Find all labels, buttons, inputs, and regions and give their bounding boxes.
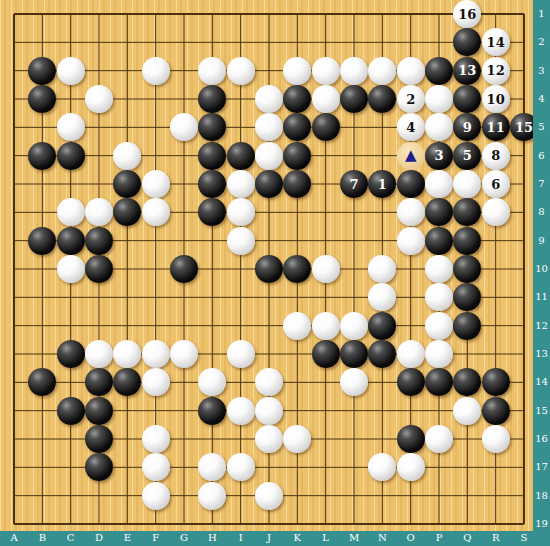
move-number: 7 (349, 178, 358, 191)
black-stone-D15[interactable] (85, 397, 113, 425)
row-label-17: 17 (533, 462, 550, 472)
move-number: 11 (487, 121, 505, 134)
black-stone-D16[interactable] (85, 425, 113, 453)
white-stone-P12[interactable] (425, 312, 453, 340)
white-stone-P4[interactable] (425, 85, 453, 113)
black-stone-J10[interactable] (255, 255, 283, 283)
white-stone-I8[interactable] (227, 198, 255, 226)
move-number: 15 (515, 121, 533, 134)
black-stone-H6[interactable] (198, 142, 226, 170)
black-stone-I6[interactable] (227, 142, 255, 170)
row-label-2: 2 (533, 37, 550, 47)
white-stone-I3[interactable] (227, 57, 255, 85)
white-stone-F16[interactable] (142, 425, 170, 453)
white-stone-O9[interactable] (397, 227, 425, 255)
black-stone-H15[interactable] (198, 397, 226, 425)
black-stone-B9[interactable] (28, 227, 56, 255)
white-stone-K12[interactable] (283, 312, 311, 340)
black-stone-O16[interactable] (397, 425, 425, 453)
row-label-12: 12 (533, 321, 550, 331)
move-stone-11[interactable]: 11 (482, 113, 510, 141)
white-stone-C5[interactable] (57, 113, 85, 141)
column-label-B: B (32, 533, 52, 543)
column-label-K: K (287, 533, 307, 543)
white-stone-I7[interactable] (227, 170, 255, 198)
black-stone-K6[interactable] (283, 142, 311, 170)
white-stone-N3[interactable] (368, 57, 396, 85)
row-label-11: 11 (533, 292, 550, 302)
white-stone-I9[interactable] (227, 227, 255, 255)
black-stone-R15[interactable] (482, 397, 510, 425)
black-stone-J7[interactable] (255, 170, 283, 198)
column-label-strip: ABCDEFGHIJKLMNOPQRS (0, 531, 550, 546)
row-label-3: 3 (533, 66, 550, 76)
go-board-diagram: 16141312210491115358716▲ 123456789101112… (0, 0, 550, 546)
white-stone-P16[interactable] (425, 425, 453, 453)
white-stone-F14[interactable] (142, 368, 170, 396)
move-number: 6 (491, 178, 500, 191)
column-label-P: P (429, 533, 449, 543)
row-label-strip: 12345678910111213141516171819 (533, 0, 550, 546)
column-label-O: O (401, 533, 421, 543)
row-label-19: 19 (533, 519, 550, 529)
white-stone-H18[interactable] (198, 482, 226, 510)
white-stone-L12[interactable] (312, 312, 340, 340)
black-stone-M13[interactable] (340, 340, 368, 368)
move-stone-13[interactable]: 13 (453, 57, 481, 85)
move-number: 16 (458, 8, 476, 21)
white-stone-Q15[interactable] (453, 397, 481, 425)
white-stone-O17[interactable] (397, 453, 425, 481)
black-stone-L5[interactable] (312, 113, 340, 141)
black-stone-R14[interactable] (482, 368, 510, 396)
white-stone-F18[interactable] (142, 482, 170, 510)
row-label-8: 8 (533, 207, 550, 217)
black-stone-G10[interactable] (170, 255, 198, 283)
white-stone-O8[interactable] (397, 198, 425, 226)
move-stone-14[interactable]: 14 (482, 28, 510, 56)
column-label-A: A (4, 533, 24, 543)
white-stone-L4[interactable] (312, 85, 340, 113)
white-stone-P10[interactable] (425, 255, 453, 283)
white-stone-O3[interactable] (397, 57, 425, 85)
black-stone-M4[interactable] (340, 85, 368, 113)
column-label-N: N (372, 533, 392, 543)
white-stone-K3[interactable] (283, 57, 311, 85)
row-label-6: 6 (533, 151, 550, 161)
move-stone-3[interactable]: 3 (425, 142, 453, 170)
white-stone-C3[interactable] (57, 57, 85, 85)
white-stone-L10[interactable] (312, 255, 340, 283)
row-label-14: 14 (533, 377, 550, 387)
column-label-C: C (61, 533, 81, 543)
white-stone-M12[interactable] (340, 312, 368, 340)
black-stone-B3[interactable] (28, 57, 56, 85)
row-label-4: 4 (533, 94, 550, 104)
triangle-icon: ▲ (405, 148, 417, 163)
black-stone-C13[interactable] (57, 340, 85, 368)
row-label-13: 13 (533, 349, 550, 359)
move-stone-4[interactable]: 4 (397, 113, 425, 141)
move-number: 9 (463, 121, 472, 134)
move-stone-6[interactable]: 6 (482, 170, 510, 198)
black-stone-C6[interactable] (57, 142, 85, 170)
row-label-18: 18 (533, 491, 550, 501)
black-stone-D9[interactable] (85, 227, 113, 255)
move-number: 10 (487, 93, 505, 106)
column-label-L: L (316, 533, 336, 543)
white-stone-J6[interactable] (255, 142, 283, 170)
row-label-1: 1 (533, 9, 550, 19)
white-stone-F3[interactable] (142, 57, 170, 85)
move-number: 5 (463, 149, 472, 162)
column-label-D: D (89, 533, 109, 543)
column-label-S: S (514, 533, 534, 543)
black-stone-N12[interactable] (368, 312, 396, 340)
triangle-marker[interactable]: ▲ (397, 142, 425, 170)
white-stone-J4[interactable] (255, 85, 283, 113)
row-label-9: 9 (533, 236, 550, 246)
white-stone-L3[interactable] (312, 57, 340, 85)
column-label-J: J (259, 533, 279, 543)
black-stone-C15[interactable] (57, 397, 85, 425)
move-number: 3 (434, 149, 443, 162)
white-stone-G13[interactable] (170, 340, 198, 368)
white-stone-I17[interactable] (227, 453, 255, 481)
move-number: 13 (458, 64, 476, 77)
black-stone-B6[interactable] (28, 142, 56, 170)
black-stone-O14[interactable] (397, 368, 425, 396)
move-stone-12[interactable]: 12 (482, 57, 510, 85)
row-label-7: 7 (533, 179, 550, 189)
column-label-Q: Q (457, 533, 477, 543)
black-stone-O7[interactable] (397, 170, 425, 198)
move-stone-7[interactable]: 7 (340, 170, 368, 198)
black-stone-Q9[interactable] (453, 227, 481, 255)
white-stone-F17[interactable] (142, 453, 170, 481)
move-stone-5[interactable]: 5 (453, 142, 481, 170)
white-stone-C10[interactable] (57, 255, 85, 283)
white-stone-P13[interactable] (425, 340, 453, 368)
white-stone-H3[interactable] (198, 57, 226, 85)
column-label-E: E (117, 533, 137, 543)
column-label-F: F (146, 533, 166, 543)
black-stone-D10[interactable] (85, 255, 113, 283)
white-stone-R8[interactable] (482, 198, 510, 226)
column-label-H: H (202, 533, 222, 543)
move-number: 14 (487, 36, 505, 49)
white-stone-J18[interactable] (255, 482, 283, 510)
row-label-5: 5 (533, 122, 550, 132)
row-label-10: 10 (533, 264, 550, 274)
white-stone-D4[interactable] (85, 85, 113, 113)
white-stone-I15[interactable] (227, 397, 255, 425)
move-number: 4 (406, 121, 415, 134)
move-number: 2 (406, 93, 415, 106)
black-stone-P9[interactable] (425, 227, 453, 255)
white-stone-C8[interactable] (57, 198, 85, 226)
move-number: 8 (491, 149, 500, 162)
white-stone-J15[interactable] (255, 397, 283, 425)
column-label-M: M (344, 533, 364, 543)
column-label-G: G (174, 533, 194, 543)
column-label-R: R (486, 533, 506, 543)
row-label-15: 15 (533, 406, 550, 416)
white-stone-P7[interactable] (425, 170, 453, 198)
black-stone-Q12[interactable] (453, 312, 481, 340)
white-stone-M3[interactable] (340, 57, 368, 85)
move-stone-2[interactable]: 2 (397, 85, 425, 113)
white-stone-F7[interactable] (142, 170, 170, 198)
black-stone-C9[interactable] (57, 227, 85, 255)
white-stone-D13[interactable] (85, 340, 113, 368)
white-stone-O13[interactable] (397, 340, 425, 368)
move-number: 1 (378, 178, 387, 191)
black-stone-P3[interactable] (425, 57, 453, 85)
move-stone-8[interactable]: 8 (482, 142, 510, 170)
white-stone-I13[interactable] (227, 340, 255, 368)
white-stone-F8[interactable] (142, 198, 170, 226)
white-stone-J16[interactable] (255, 425, 283, 453)
white-stone-F13[interactable] (142, 340, 170, 368)
white-stone-R16[interactable] (482, 425, 510, 453)
column-label-I: I (231, 533, 251, 543)
white-stone-E6[interactable] (113, 142, 141, 170)
black-stone-L13[interactable] (312, 340, 340, 368)
move-stone-10[interactable]: 10 (482, 85, 510, 113)
move-number: 12 (487, 64, 505, 77)
row-label-16: 16 (533, 434, 550, 444)
